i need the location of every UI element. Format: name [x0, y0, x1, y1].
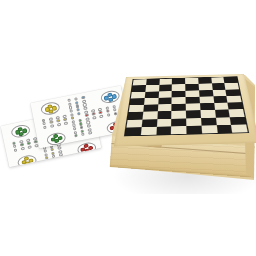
box-lid-top [126, 74, 244, 77]
lid-wood-border [114, 74, 256, 147]
board-square-light [171, 126, 186, 134]
ludo-track-cell [88, 131, 92, 135]
checkerboard [124, 76, 249, 136]
ludo-track-cell [59, 153, 63, 157]
ludo-track-cell [81, 133, 85, 137]
ludo-token-red [84, 149, 90, 154]
ludo-track-cell [92, 116, 96, 120]
board-square-dark [156, 126, 171, 134]
ludo-track-cell [13, 148, 17, 152]
ludo-colored-cell [77, 111, 81, 115]
ludo-track-cell [57, 123, 61, 127]
board-square-dark [125, 127, 141, 136]
product-photo-scene [0, 0, 256, 256]
ludo-track-cell [27, 145, 31, 149]
board-square-dark [186, 125, 202, 133]
ludo-colored-cell [45, 156, 49, 160]
board-square-light [231, 124, 248, 132]
ludo-track-cell [50, 124, 54, 128]
ludo-track-cell [20, 147, 24, 151]
board-square-light [141, 127, 157, 135]
ludo-track-cell [43, 125, 47, 129]
ludo-track-cell [99, 114, 103, 118]
ludo-track-cell [106, 113, 110, 117]
ludo-track-cell [64, 121, 68, 125]
ludo-track-cell [52, 155, 56, 159]
board-square-dark [216, 125, 232, 133]
ludo-colored-cell [74, 134, 78, 138]
board-square-light [201, 125, 217, 133]
